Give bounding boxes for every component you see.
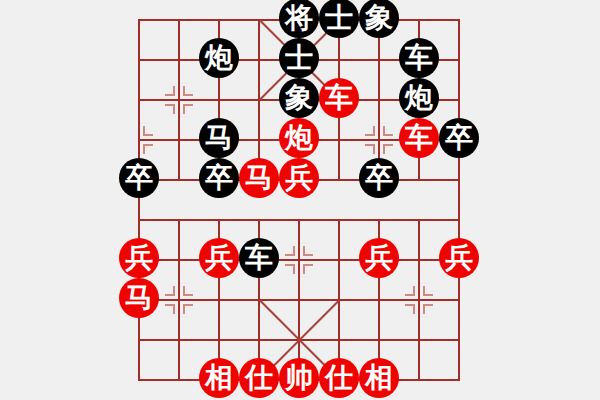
red-general[interactable]: 帅 (279, 358, 319, 398)
red-soldier[interactable]: 兵 (359, 238, 399, 278)
board-cell (300, 261, 340, 301)
red-soldier[interactable]: 兵 (119, 238, 159, 278)
board-cell (260, 301, 300, 341)
red-horse[interactable]: 马 (239, 158, 279, 198)
black-cannon[interactable]: 炮 (199, 38, 239, 78)
board-cell (340, 301, 380, 341)
board-cell (140, 341, 180, 379)
black-advisor[interactable]: 士 (279, 38, 319, 78)
black-horse[interactable]: 马 (199, 118, 239, 158)
board-cell (140, 21, 180, 61)
board-cell (140, 61, 180, 101)
red-soldier[interactable]: 兵 (439, 238, 479, 278)
board-cell (420, 341, 458, 379)
board-cell (180, 301, 220, 341)
red-advisor[interactable]: 仕 (239, 358, 279, 398)
board-cell (300, 301, 340, 341)
board-cell (380, 301, 420, 341)
board-cell (220, 301, 260, 341)
red-cannon[interactable]: 炮 (279, 118, 319, 158)
black-chariot[interactable]: 车 (399, 38, 439, 78)
river-cell (420, 181, 458, 221)
black-cannon[interactable]: 炮 (399, 78, 439, 118)
red-elephant[interactable]: 相 (199, 358, 239, 398)
black-soldier[interactable]: 卒 (359, 158, 399, 198)
red-elephant[interactable]: 相 (359, 358, 399, 398)
black-elephant[interactable]: 象 (279, 78, 319, 118)
red-soldier[interactable]: 兵 (279, 158, 319, 198)
red-soldier[interactable]: 兵 (199, 238, 239, 278)
black-chariot[interactable]: 车 (239, 238, 279, 278)
black-soldier[interactable]: 卒 (439, 118, 479, 158)
black-soldier[interactable]: 卒 (119, 158, 159, 198)
board-cell (420, 301, 458, 341)
red-chariot[interactable]: 车 (319, 78, 359, 118)
black-soldier[interactable]: 卒 (199, 158, 239, 198)
red-chariot[interactable]: 车 (399, 118, 439, 158)
board-cell (140, 101, 180, 141)
xiangqi-app-screen: 将士象炮士车象车炮马炮车卒卒卒马兵卒兵兵车兵兵马相仕帅仕相 (0, 0, 600, 400)
red-advisor[interactable]: 仕 (319, 358, 359, 398)
board-cell (300, 221, 340, 261)
red-horse[interactable]: 马 (119, 278, 159, 318)
